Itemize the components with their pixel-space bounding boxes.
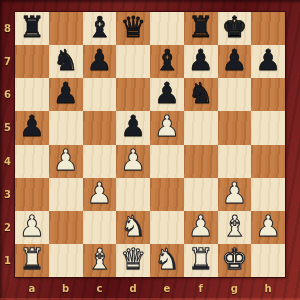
square-g2[interactable]: ♝ (218, 211, 252, 244)
square-f7[interactable]: ♟ (184, 45, 218, 78)
chess-board-frame: 87654321 ♜♝♛♜♚♞♟♝♟♟♟♟♟♞♟♟♟♟♟♟♟♟♞♟♝♟♜♝♛♞♜… (0, 0, 300, 300)
piece-white-knight[interactable]: ♞ (154, 245, 180, 274)
square-b1[interactable] (49, 244, 83, 277)
file-label-g: g (218, 277, 252, 300)
rank-label-8: 8 (0, 12, 15, 45)
square-a7[interactable] (15, 45, 49, 78)
rank-label-6: 6 (0, 78, 15, 111)
square-f4[interactable] (184, 145, 218, 178)
piece-black-pawn[interactable]: ♟ (188, 46, 214, 75)
piece-white-rook[interactable]: ♜ (19, 245, 45, 274)
square-f6[interactable]: ♞ (184, 78, 218, 111)
square-h1[interactable] (251, 244, 285, 277)
piece-white-bishop[interactable]: ♝ (221, 212, 247, 241)
square-h5[interactable] (251, 111, 285, 144)
square-e7[interactable]: ♝ (150, 45, 184, 78)
square-g1[interactable]: ♚ (218, 244, 252, 277)
piece-black-pawn[interactable]: ♟ (53, 79, 79, 108)
piece-black-knight[interactable]: ♞ (188, 79, 214, 108)
piece-black-knight[interactable]: ♞ (53, 46, 79, 75)
square-d1[interactable]: ♛ (116, 244, 150, 277)
square-h8[interactable] (251, 12, 285, 45)
square-g5[interactable] (218, 111, 252, 144)
piece-white-rook[interactable]: ♜ (188, 245, 214, 274)
square-d8[interactable]: ♛ (116, 12, 150, 45)
square-c2[interactable] (83, 211, 117, 244)
square-b7[interactable]: ♞ (49, 45, 83, 78)
square-a5[interactable]: ♟ (15, 111, 49, 144)
piece-black-pawn[interactable]: ♟ (154, 79, 180, 108)
rank-label-2: 2 (0, 211, 15, 244)
chess-board: ♜♝♛♜♚♞♟♝♟♟♟♟♟♞♟♟♟♟♟♟♟♟♞♟♝♟♜♝♛♞♜♚ (15, 12, 285, 277)
square-h3[interactable] (251, 178, 285, 211)
file-label-e: e (150, 277, 184, 300)
square-b5[interactable] (49, 111, 83, 144)
square-f1[interactable]: ♜ (184, 244, 218, 277)
square-g7[interactable]: ♟ (218, 45, 252, 78)
square-e4[interactable] (150, 145, 184, 178)
square-d6[interactable] (116, 78, 150, 111)
square-f8[interactable]: ♜ (184, 12, 218, 45)
piece-black-pawn[interactable]: ♟ (221, 46, 247, 75)
file-label-b: b (49, 277, 83, 300)
square-g4[interactable] (218, 145, 252, 178)
square-e8[interactable] (150, 12, 184, 45)
square-g8[interactable]: ♚ (218, 12, 252, 45)
piece-black-pawn[interactable]: ♟ (19, 112, 45, 141)
square-c7[interactable]: ♟ (83, 45, 117, 78)
square-d4[interactable]: ♟ (116, 145, 150, 178)
square-e2[interactable] (150, 211, 184, 244)
square-h4[interactable] (251, 145, 285, 178)
file-label-d: d (116, 277, 150, 300)
square-c1[interactable]: ♝ (83, 244, 117, 277)
square-b2[interactable] (49, 211, 83, 244)
square-a8[interactable]: ♜ (15, 12, 49, 45)
square-c6[interactable] (83, 78, 117, 111)
file-label-h: h (251, 277, 285, 300)
piece-white-pawn[interactable]: ♟ (154, 112, 180, 141)
square-c8[interactable]: ♝ (83, 12, 117, 45)
piece-white-pawn[interactable]: ♟ (188, 212, 214, 241)
square-f3[interactable] (184, 178, 218, 211)
piece-white-king[interactable]: ♚ (221, 245, 247, 274)
piece-black-queen[interactable]: ♛ (120, 13, 146, 42)
piece-black-pawn[interactable]: ♟ (120, 112, 146, 141)
square-c3[interactable]: ♟ (83, 178, 117, 211)
rank-label-5: 5 (0, 111, 15, 144)
square-a4[interactable] (15, 145, 49, 178)
file-label-a: a (15, 277, 49, 300)
rank-label-4: 4 (0, 145, 15, 178)
file-label-c: c (83, 277, 117, 300)
square-b6[interactable]: ♟ (49, 78, 83, 111)
piece-white-pawn[interactable]: ♟ (221, 179, 247, 208)
square-g3[interactable]: ♟ (218, 178, 252, 211)
square-f5[interactable] (184, 111, 218, 144)
square-h2[interactable]: ♟ (251, 211, 285, 244)
square-h7[interactable]: ♟ (251, 45, 285, 78)
file-label-f: f (184, 277, 218, 300)
piece-white-pawn[interactable]: ♟ (255, 212, 281, 241)
file-labels: abcdefgh (15, 277, 285, 300)
square-f2[interactable]: ♟ (184, 211, 218, 244)
piece-white-pawn[interactable]: ♟ (19, 212, 45, 241)
square-c5[interactable] (83, 111, 117, 144)
piece-white-bishop[interactable]: ♝ (86, 245, 112, 274)
square-d3[interactable] (116, 178, 150, 211)
piece-black-pawn[interactable]: ♟ (255, 46, 281, 75)
piece-black-king[interactable]: ♚ (221, 13, 247, 42)
rank-label-1: 1 (0, 244, 15, 277)
square-e6[interactable]: ♟ (150, 78, 184, 111)
square-a2[interactable]: ♟ (15, 211, 49, 244)
square-a6[interactable] (15, 78, 49, 111)
square-e3[interactable] (150, 178, 184, 211)
square-b4[interactable]: ♟ (49, 145, 83, 178)
square-d2[interactable]: ♞ (116, 211, 150, 244)
piece-black-bishop[interactable]: ♝ (86, 13, 112, 42)
square-d7[interactable] (116, 45, 150, 78)
piece-black-rook[interactable]: ♜ (188, 13, 214, 42)
square-e5[interactable]: ♟ (150, 111, 184, 144)
square-d5[interactable]: ♟ (116, 111, 150, 144)
square-g6[interactable] (218, 78, 252, 111)
piece-black-rook[interactable]: ♜ (19, 13, 45, 42)
square-c4[interactable] (83, 145, 117, 178)
piece-black-pawn[interactable]: ♟ (86, 46, 112, 75)
piece-white-pawn[interactable]: ♟ (53, 146, 79, 175)
square-e1[interactable]: ♞ (150, 244, 184, 277)
rank-label-3: 3 (0, 178, 15, 211)
piece-white-pawn[interactable]: ♟ (86, 179, 112, 208)
piece-white-knight[interactable]: ♞ (120, 212, 146, 241)
rank-labels: 87654321 (0, 12, 15, 277)
square-a3[interactable] (15, 178, 49, 211)
square-b8[interactable] (49, 12, 83, 45)
piece-black-bishop[interactable]: ♝ (154, 46, 180, 75)
piece-white-pawn[interactable]: ♟ (120, 146, 146, 175)
square-a1[interactable]: ♜ (15, 244, 49, 277)
square-b3[interactable] (49, 178, 83, 211)
rank-label-7: 7 (0, 45, 15, 78)
piece-white-queen[interactable]: ♛ (120, 245, 146, 274)
square-h6[interactable] (251, 78, 285, 111)
